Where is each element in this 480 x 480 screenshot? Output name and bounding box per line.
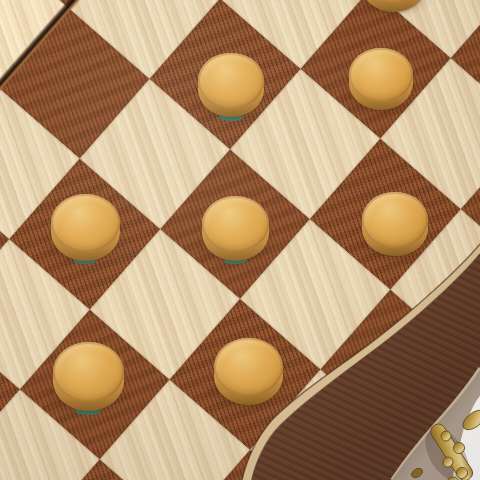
piece-face	[53, 342, 124, 402]
checker-piece[interactable]	[361, 0, 426, 14]
piece-face	[362, 192, 428, 247]
checker-piece[interactable]	[214, 338, 283, 407]
piece-face	[51, 194, 120, 252]
piece-face	[198, 53, 264, 108]
piece-face	[349, 48, 413, 102]
checker-piece[interactable]	[53, 342, 124, 413]
checker-piece[interactable]	[362, 192, 428, 258]
piece-face	[202, 196, 269, 252]
checker-piece[interactable]	[51, 194, 120, 263]
checkers-board-photo	[0, 0, 480, 480]
checker-piece[interactable]	[349, 48, 413, 112]
checker-piece[interactable]	[202, 196, 269, 263]
piece-face	[214, 338, 283, 396]
checker-piece[interactable]	[198, 53, 264, 119]
